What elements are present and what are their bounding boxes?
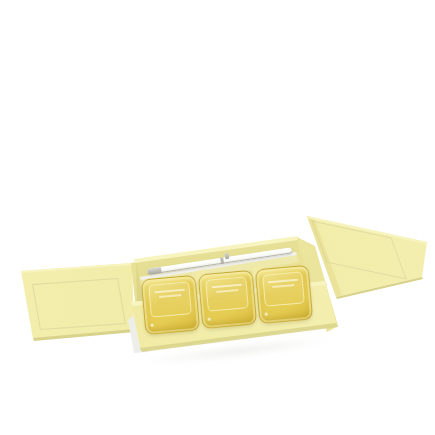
box-front-bottom-edge xyxy=(0,0,435,435)
soap-label-text-line xyxy=(159,294,181,298)
soap-bar-1 xyxy=(141,275,201,336)
box-interior-floor xyxy=(0,0,435,435)
soap-label-text-line xyxy=(272,284,294,288)
right-flap-crease xyxy=(0,0,435,435)
box-right-end-face xyxy=(0,0,435,435)
soap-embossed-label xyxy=(205,276,249,311)
tray-divider xyxy=(0,0,435,435)
box-inner-wall-right xyxy=(0,0,435,435)
tray-glint xyxy=(0,0,435,435)
box-inner-wall-left xyxy=(0,0,435,435)
pen-tray-insert xyxy=(0,0,435,435)
soap-embossed-label xyxy=(262,271,305,306)
box-front-rim xyxy=(0,0,435,435)
box-back-rim xyxy=(0,0,435,435)
soap-label-text-line xyxy=(268,279,298,284)
product-photo xyxy=(0,0,435,435)
soap-glint xyxy=(208,318,211,321)
right-flap-bottom-edge xyxy=(0,0,435,435)
pen-tray-highlight xyxy=(0,0,435,435)
soap-glint xyxy=(265,313,268,316)
soap-label-text-line xyxy=(216,289,238,293)
soap-bar-2 xyxy=(198,270,258,330)
pen-collar xyxy=(220,258,224,264)
soap-glint xyxy=(151,324,154,327)
soap-embossed-label xyxy=(148,281,192,317)
box-back-wall xyxy=(0,0,435,435)
left-flap-embossed-border xyxy=(32,278,126,330)
soap-bar-3 xyxy=(255,265,314,324)
soap-label-text-line xyxy=(154,289,184,294)
right-flap xyxy=(0,0,435,435)
left-flap xyxy=(0,0,435,435)
left-flap-top-edge xyxy=(0,0,435,435)
soap-label-text-line xyxy=(211,284,241,289)
left-flap-hinge-spine xyxy=(0,0,435,435)
right-flap-top-edge xyxy=(0,0,435,435)
tray-divider xyxy=(0,0,435,435)
left-flap-bottom-edge xyxy=(0,0,435,435)
box-front-face xyxy=(0,0,435,435)
pen-clip xyxy=(225,253,230,260)
white-liner-wedge xyxy=(0,0,435,435)
